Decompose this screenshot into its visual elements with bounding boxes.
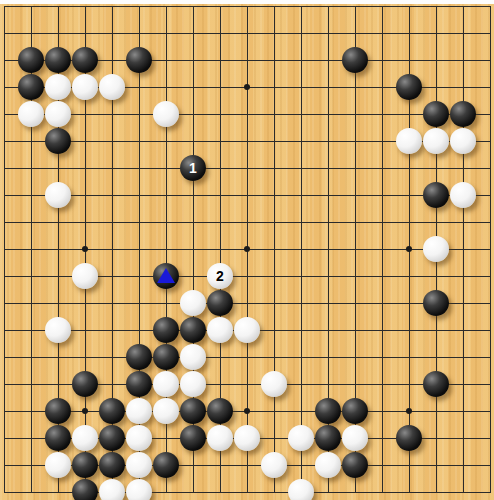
white-stone[interactable]	[126, 398, 152, 424]
white-stone[interactable]	[45, 101, 71, 127]
grid-line-vertical	[274, 6, 275, 493]
star-point	[244, 246, 250, 252]
star-point	[244, 408, 250, 414]
black-stone[interactable]	[342, 398, 368, 424]
black-stone[interactable]	[72, 371, 98, 397]
white-stone[interactable]	[180, 344, 206, 370]
black-stone[interactable]	[423, 290, 449, 316]
black-stone[interactable]	[99, 398, 125, 424]
white-stone[interactable]	[288, 479, 314, 500]
black-stone[interactable]	[342, 452, 368, 478]
black-stone[interactable]	[72, 452, 98, 478]
black-stone[interactable]	[153, 317, 179, 343]
white-stone[interactable]	[72, 263, 98, 289]
white-stone[interactable]	[153, 101, 179, 127]
white-stone[interactable]	[126, 452, 152, 478]
black-stone[interactable]	[45, 398, 71, 424]
white-stone[interactable]	[423, 128, 449, 154]
white-stone[interactable]	[99, 74, 125, 100]
star-point	[406, 408, 412, 414]
white-stone[interactable]	[18, 101, 44, 127]
black-stone[interactable]	[180, 425, 206, 451]
black-stone[interactable]	[45, 425, 71, 451]
black-stone[interactable]	[18, 47, 44, 73]
black-stone[interactable]	[207, 398, 233, 424]
grid-line-vertical	[490, 6, 491, 493]
grid-line-vertical	[463, 6, 464, 493]
grid-line-vertical	[382, 6, 383, 493]
black-stone[interactable]	[153, 263, 179, 289]
black-stone[interactable]	[315, 425, 341, 451]
black-stone[interactable]	[72, 47, 98, 73]
black-stone[interactable]	[180, 398, 206, 424]
white-stone[interactable]	[45, 182, 71, 208]
black-stone[interactable]	[45, 128, 71, 154]
white-stone[interactable]	[207, 317, 233, 343]
black-stone[interactable]	[180, 317, 206, 343]
white-stone[interactable]	[234, 425, 260, 451]
white-stone[interactable]	[45, 74, 71, 100]
go-board[interactable]: 12	[0, 4, 494, 500]
grid-line-horizontal	[4, 357, 491, 358]
white-stone[interactable]	[126, 425, 152, 451]
white-stone[interactable]	[126, 479, 152, 500]
white-stone[interactable]	[450, 128, 476, 154]
black-stone[interactable]	[45, 47, 71, 73]
black-stone[interactable]	[396, 74, 422, 100]
white-stone[interactable]	[261, 452, 287, 478]
black-stone[interactable]	[153, 344, 179, 370]
black-stone[interactable]	[423, 371, 449, 397]
white-stone[interactable]	[45, 317, 71, 343]
black-stone[interactable]	[126, 371, 152, 397]
star-point	[406, 246, 412, 252]
white-stone[interactable]	[153, 398, 179, 424]
black-stone[interactable]	[423, 182, 449, 208]
black-stone[interactable]	[99, 425, 125, 451]
black-stone[interactable]	[207, 290, 233, 316]
black-stone[interactable]	[423, 101, 449, 127]
white-stone[interactable]	[207, 263, 233, 289]
white-stone[interactable]	[288, 425, 314, 451]
white-stone[interactable]	[450, 182, 476, 208]
white-stone[interactable]	[45, 452, 71, 478]
black-stone[interactable]	[99, 452, 125, 478]
black-stone[interactable]	[450, 101, 476, 127]
white-stone[interactable]	[72, 425, 98, 451]
white-stone[interactable]	[261, 371, 287, 397]
star-point	[82, 408, 88, 414]
black-stone[interactable]	[126, 344, 152, 370]
white-stone[interactable]	[315, 452, 341, 478]
white-stone[interactable]	[180, 371, 206, 397]
black-stone[interactable]	[18, 74, 44, 100]
white-stone[interactable]	[423, 236, 449, 262]
black-stone[interactable]	[342, 47, 368, 73]
black-stone[interactable]	[180, 155, 206, 181]
white-stone[interactable]	[207, 425, 233, 451]
white-stone[interactable]	[99, 479, 125, 500]
white-stone[interactable]	[153, 371, 179, 397]
white-stone[interactable]	[180, 290, 206, 316]
black-stone[interactable]	[396, 425, 422, 451]
black-stone[interactable]	[126, 47, 152, 73]
black-stone[interactable]	[153, 452, 179, 478]
white-stone[interactable]	[342, 425, 368, 451]
white-stone[interactable]	[72, 74, 98, 100]
white-stone[interactable]	[396, 128, 422, 154]
star-point	[82, 246, 88, 252]
star-point	[244, 84, 250, 90]
white-stone[interactable]	[234, 317, 260, 343]
go-app-window: 12	[0, 0, 494, 500]
grid-line-vertical	[301, 6, 302, 493]
black-stone[interactable]	[315, 398, 341, 424]
grid-line-horizontal	[4, 303, 491, 304]
black-stone[interactable]	[72, 479, 98, 500]
